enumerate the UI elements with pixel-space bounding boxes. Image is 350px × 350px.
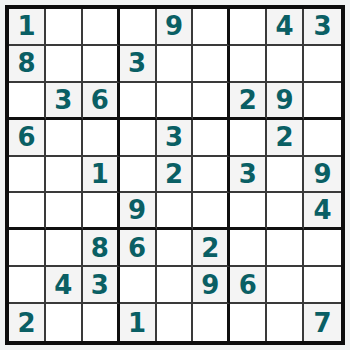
- cell-r1c8[interactable]: 4: [267, 9, 304, 46]
- cell-r8c5[interactable]: [157, 267, 194, 304]
- cell-r8c3[interactable]: 3: [83, 267, 120, 304]
- cell-r1c4[interactable]: [120, 9, 157, 46]
- given-digit: 4: [54, 272, 72, 298]
- cell-r2c1[interactable]: 8: [9, 46, 46, 83]
- cell-r9c7[interactable]: [230, 304, 267, 341]
- cell-r2c7[interactable]: [230, 46, 267, 83]
- given-digit: 4: [314, 197, 332, 223]
- cell-r1c6[interactable]: [193, 9, 230, 46]
- given-digit: 3: [54, 87, 72, 113]
- cell-r1c9[interactable]: 3: [304, 9, 341, 46]
- cell-r7c2[interactable]: [46, 230, 83, 267]
- given-digit: 2: [239, 87, 257, 113]
- cell-r3c6[interactable]: [193, 83, 230, 120]
- cell-r7c5[interactable]: [157, 230, 194, 267]
- cell-r5c9[interactable]: 9: [304, 157, 341, 194]
- cell-r5c1[interactable]: [9, 157, 46, 194]
- given-digit: 3: [91, 272, 109, 298]
- cell-r1c1[interactable]: 1: [9, 9, 46, 46]
- cell-r8c9[interactable]: [304, 267, 341, 304]
- cell-r8c2[interactable]: 4: [46, 267, 83, 304]
- cell-r9c3[interactable]: [83, 304, 120, 341]
- cell-r2c2[interactable]: [46, 46, 83, 83]
- given-digit: 3: [165, 124, 183, 150]
- cell-r9c5[interactable]: [157, 304, 194, 341]
- given-digit: 2: [165, 161, 183, 187]
- given-digit: 9: [165, 13, 183, 39]
- cell-r6c4[interactable]: 9: [120, 193, 157, 230]
- cell-r5c7[interactable]: 3: [230, 157, 267, 194]
- cell-r3c7[interactable]: 2: [230, 83, 267, 120]
- cell-r7c7[interactable]: [230, 230, 267, 267]
- cell-r7c1[interactable]: [9, 230, 46, 267]
- cell-r7c9[interactable]: [304, 230, 341, 267]
- cell-r6c8[interactable]: [267, 193, 304, 230]
- given-digit: 6: [239, 272, 257, 298]
- cell-r4c5[interactable]: 3: [157, 120, 194, 157]
- given-digit: 8: [17, 50, 35, 76]
- cell-r6c2[interactable]: [46, 193, 83, 230]
- cell-r4c9[interactable]: [304, 120, 341, 157]
- cell-r7c3[interactable]: 8: [83, 230, 120, 267]
- given-digit: 2: [276, 124, 294, 150]
- cell-r2c6[interactable]: [193, 46, 230, 83]
- cell-r5c3[interactable]: 1: [83, 157, 120, 194]
- cell-r1c2[interactable]: [46, 9, 83, 46]
- given-digit: 3: [314, 13, 332, 39]
- cell-r8c6[interactable]: 9: [193, 267, 230, 304]
- given-digit: 3: [239, 161, 257, 187]
- cell-r8c1[interactable]: [9, 267, 46, 304]
- given-digit: 1: [17, 13, 35, 39]
- given-digit: 6: [128, 235, 146, 261]
- cell-r4c3[interactable]: [83, 120, 120, 157]
- given-digit: 1: [128, 310, 146, 336]
- cell-r5c8[interactable]: [267, 157, 304, 194]
- cell-r6c7[interactable]: [230, 193, 267, 230]
- cell-r9c1[interactable]: 2: [9, 304, 46, 341]
- sudoku-page: 19438336296321239948624396217: [0, 0, 350, 350]
- cell-r6c5[interactable]: [157, 193, 194, 230]
- given-digit: 9: [276, 87, 294, 113]
- cell-r8c4[interactable]: [120, 267, 157, 304]
- cell-r7c6[interactable]: 2: [193, 230, 230, 267]
- cell-r3c2[interactable]: 3: [46, 83, 83, 120]
- given-digit: 9: [128, 197, 146, 223]
- cell-r3c3[interactable]: 6: [83, 83, 120, 120]
- cell-r2c3[interactable]: [83, 46, 120, 83]
- cell-r6c6[interactable]: [193, 193, 230, 230]
- cell-r3c8[interactable]: 9: [267, 83, 304, 120]
- cell-r1c7[interactable]: [230, 9, 267, 46]
- cell-r5c4[interactable]: [120, 157, 157, 194]
- cell-r5c6[interactable]: [193, 157, 230, 194]
- given-digit: 6: [91, 87, 109, 113]
- given-digit: 2: [201, 235, 219, 261]
- given-digit: 9: [314, 161, 332, 187]
- given-digit: 7: [314, 310, 332, 336]
- given-digit: 1: [91, 161, 109, 187]
- cell-r9c9[interactable]: 7: [304, 304, 341, 341]
- cell-r8c8[interactable]: [267, 267, 304, 304]
- cell-r4c8[interactable]: 2: [267, 120, 304, 157]
- cell-r7c8[interactable]: [267, 230, 304, 267]
- given-digit: 6: [17, 124, 35, 150]
- cell-r3c4[interactable]: [120, 83, 157, 120]
- cell-r9c2[interactable]: [46, 304, 83, 341]
- cell-r9c6[interactable]: [193, 304, 230, 341]
- cell-r3c5[interactable]: [157, 83, 194, 120]
- cell-r7c4[interactable]: 6: [120, 230, 157, 267]
- cell-r1c5[interactable]: 9: [157, 9, 194, 46]
- cell-r3c9[interactable]: [304, 83, 341, 120]
- cell-r2c4[interactable]: 3: [120, 46, 157, 83]
- cell-r6c1[interactable]: [9, 193, 46, 230]
- cell-r6c9[interactable]: 4: [304, 193, 341, 230]
- cell-r5c2[interactable]: [46, 157, 83, 194]
- given-digit: 3: [128, 50, 146, 76]
- cell-r6c3[interactable]: [83, 193, 120, 230]
- cell-r4c6[interactable]: [193, 120, 230, 157]
- given-digit: 4: [276, 13, 294, 39]
- given-digit: 2: [17, 310, 35, 336]
- cell-r4c1[interactable]: 6: [9, 120, 46, 157]
- cell-r4c7[interactable]: [230, 120, 267, 157]
- cell-r4c2[interactable]: [46, 120, 83, 157]
- cell-r1c3[interactable]: [83, 9, 120, 46]
- cell-r4c4[interactable]: [120, 120, 157, 157]
- cell-r3c1[interactable]: [9, 83, 46, 120]
- sudoku-board: 19438336296321239948624396217: [5, 5, 345, 345]
- cell-r5c5[interactable]: 2: [157, 157, 194, 194]
- given-digit: 9: [201, 272, 219, 298]
- cell-r2c5[interactable]: [157, 46, 194, 83]
- cell-r8c7[interactable]: 6: [230, 267, 267, 304]
- given-digit: 8: [91, 235, 109, 261]
- cell-r9c8[interactable]: [267, 304, 304, 341]
- cell-r2c9[interactable]: [304, 46, 341, 83]
- cell-r9c4[interactable]: 1: [120, 304, 157, 341]
- cell-r2c8[interactable]: [267, 46, 304, 83]
